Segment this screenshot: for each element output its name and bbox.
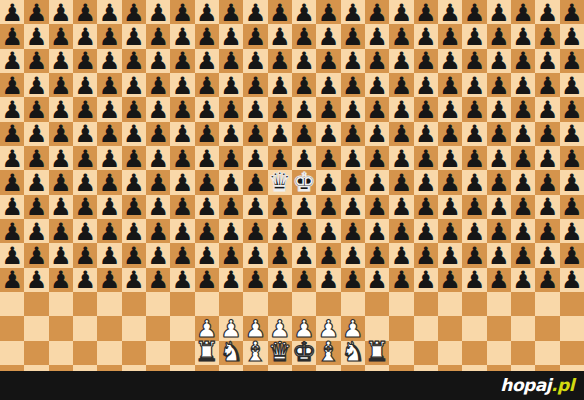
black-pawn: ♟ [245, 122, 267, 146]
black-pawn: ♟ [342, 220, 364, 244]
square: ♟ [146, 195, 170, 219]
square: ♟ [97, 243, 121, 267]
square: ♟ [170, 0, 194, 24]
black-pawn: ♟ [99, 49, 121, 73]
square: ♟ [0, 146, 24, 170]
square: ♟ [487, 195, 511, 219]
black-pawn: ♟ [26, 74, 48, 98]
square [73, 341, 97, 365]
black-pawn: ♟ [269, 1, 291, 25]
black-pawn: ♟ [50, 147, 72, 171]
square: ♟ [535, 24, 559, 48]
black-pawn: ♟ [172, 74, 194, 98]
black-pawn: ♟ [464, 74, 486, 98]
square: ♟ [195, 316, 219, 340]
square: ♟ [487, 24, 511, 48]
black-pawn: ♟ [269, 220, 291, 244]
square [195, 292, 219, 316]
square: ♟ [219, 268, 243, 292]
square: ♜ [195, 341, 219, 365]
square: ♟ [0, 219, 24, 243]
square: ♟ [487, 73, 511, 97]
square [511, 316, 535, 340]
black-pawn: ♟ [464, 147, 486, 171]
black-pawn: ♟ [220, 171, 242, 195]
black-pawn: ♟ [99, 122, 121, 146]
square [219, 292, 243, 316]
black-pawn: ♟ [26, 1, 48, 25]
square: ♟ [195, 97, 219, 121]
black-pawn: ♟ [464, 25, 486, 49]
square: ♟ [389, 268, 413, 292]
black-pawn: ♟ [74, 244, 96, 268]
black-pawn: ♟ [439, 147, 461, 171]
black-pawn: ♟ [293, 147, 315, 171]
square: ♟ [243, 195, 267, 219]
square [414, 316, 438, 340]
black-pawn: ♟ [293, 25, 315, 49]
square: ♟ [146, 146, 170, 170]
black-pawn: ♟ [342, 195, 364, 219]
black-pawn: ♟ [123, 244, 145, 268]
black-pawn: ♟ [26, 98, 48, 122]
square: ♟ [97, 219, 121, 243]
square: ♛ [268, 170, 292, 194]
square: ♟ [341, 316, 365, 340]
square: ♟ [219, 73, 243, 97]
black-pawn: ♟ [99, 25, 121, 49]
square: ♟ [560, 243, 584, 267]
black-pawn: ♟ [366, 98, 388, 122]
square [195, 365, 219, 371]
square: ♟ [535, 243, 559, 267]
square: ♟ [487, 243, 511, 267]
black-pawn: ♟ [561, 122, 583, 146]
square: ♟ [341, 146, 365, 170]
black-pawn: ♟ [172, 268, 194, 292]
square [487, 341, 511, 365]
black-pawn: ♟ [318, 98, 340, 122]
black-pawn: ♟ [488, 220, 510, 244]
square: ♟ [511, 170, 535, 194]
black-pawn: ♟ [537, 244, 559, 268]
black-pawn: ♟ [415, 268, 437, 292]
square [535, 316, 559, 340]
black-pawn: ♟ [464, 122, 486, 146]
black-pawn: ♟ [269, 49, 291, 73]
black-pawn: ♟ [99, 1, 121, 25]
black-pawn: ♟ [293, 1, 315, 25]
black-pawn: ♟ [293, 122, 315, 146]
square: ♟ [49, 122, 73, 146]
square: ♟ [219, 195, 243, 219]
square: ♟ [414, 97, 438, 121]
square: ♟ [49, 146, 73, 170]
black-pawn: ♟ [439, 25, 461, 49]
square: ♟ [316, 49, 340, 73]
black-pawn: ♟ [439, 1, 461, 25]
square: ♟ [0, 97, 24, 121]
black-pawn: ♟ [391, 122, 413, 146]
square: ♟ [195, 170, 219, 194]
black-pawn: ♟ [415, 220, 437, 244]
square: ♟ [0, 73, 24, 97]
black-pawn: ♟ [147, 268, 169, 292]
black-pawn: ♟ [50, 122, 72, 146]
black-pawn: ♟ [488, 195, 510, 219]
black-pawn: ♟ [439, 98, 461, 122]
black-pawn: ♟ [99, 195, 121, 219]
square: ♟ [97, 0, 121, 24]
black-pawn: ♟ [415, 74, 437, 98]
square [170, 341, 194, 365]
square: ♟ [24, 49, 48, 73]
square: ♟ [487, 146, 511, 170]
black-pawn: ♟ [172, 244, 194, 268]
black-pawn: ♟ [220, 49, 242, 73]
black-pawn: ♟ [99, 171, 121, 195]
black-pawn: ♟ [415, 25, 437, 49]
square: ♟ [414, 170, 438, 194]
black-pawn: ♟ [293, 49, 315, 73]
square: ♟ [535, 122, 559, 146]
black-pawn: ♟ [318, 195, 340, 219]
square: ♟ [0, 170, 24, 194]
square: ♟ [414, 243, 438, 267]
black-pawn: ♟ [123, 220, 145, 244]
black-pawn: ♟ [488, 122, 510, 146]
board: ♟♟♟♟♟♟♟♟♟♟♟♟♟♟♟♟♟♟♟♟♟♟♟♟♟♟♟♟♟♟♟♟♟♟♟♟♟♟♟♟… [0, 0, 584, 371]
square [487, 292, 511, 316]
square: ♟ [462, 243, 486, 267]
square: ♟ [268, 243, 292, 267]
white-rook: ♜ [195, 338, 219, 365]
square: ♟ [511, 73, 535, 97]
square: ♟ [49, 170, 73, 194]
square [316, 365, 340, 371]
square: ♟ [365, 268, 389, 292]
black-pawn: ♟ [26, 122, 48, 146]
square: ♟ [73, 170, 97, 194]
black-pawn: ♟ [196, 244, 218, 268]
square: ♟ [122, 122, 146, 146]
white-pawn: ♟ [245, 317, 267, 341]
black-pawn: ♟ [123, 147, 145, 171]
square: ♟ [170, 243, 194, 267]
square: ♟ [365, 219, 389, 243]
square: ♟ [438, 0, 462, 24]
square: ♟ [268, 0, 292, 24]
square: ♟ [316, 122, 340, 146]
black-pawn: ♟ [99, 220, 121, 244]
square: ♟ [170, 268, 194, 292]
square: ♜ [365, 341, 389, 365]
meme-image: ♟♟♟♟♟♟♟♟♟♟♟♟♟♟♟♟♟♟♟♟♟♟♟♟♟♟♟♟♟♟♟♟♟♟♟♟♟♟♟♟… [0, 0, 584, 400]
square [560, 316, 584, 340]
square: ♟ [292, 146, 316, 170]
black-pawn: ♟ [366, 74, 388, 98]
square [389, 316, 413, 340]
square [243, 292, 267, 316]
square: ♟ [268, 49, 292, 73]
black-queen: ♛ [268, 169, 291, 195]
black-pawn: ♟ [220, 195, 242, 219]
square [146, 341, 170, 365]
black-pawn: ♟ [342, 147, 364, 171]
black-pawn: ♟ [512, 220, 534, 244]
black-pawn: ♟ [269, 244, 291, 268]
black-pawn: ♟ [488, 98, 510, 122]
square: ♞ [219, 341, 243, 365]
square: ♟ [0, 24, 24, 48]
square: ♟ [389, 24, 413, 48]
square: ♟ [341, 219, 365, 243]
square: ♟ [49, 0, 73, 24]
black-pawn: ♟ [512, 49, 534, 73]
black-pawn: ♟ [537, 220, 559, 244]
square: ♟ [365, 243, 389, 267]
square [0, 316, 24, 340]
square: ♟ [560, 219, 584, 243]
black-pawn: ♟ [245, 74, 267, 98]
black-pawn: ♟ [391, 244, 413, 268]
square: ♟ [97, 268, 121, 292]
square: ♟ [24, 170, 48, 194]
square [365, 365, 389, 371]
square: ♟ [462, 170, 486, 194]
black-pawn: ♟ [512, 98, 534, 122]
square: ♟ [462, 49, 486, 73]
square: ♟ [438, 243, 462, 267]
white-knight: ♞ [219, 338, 243, 365]
square: ♟ [560, 170, 584, 194]
square: ♟ [243, 219, 267, 243]
black-pawn: ♟ [1, 49, 23, 73]
black-pawn: ♟ [26, 147, 48, 171]
square [341, 365, 365, 371]
square: ♟ [243, 170, 267, 194]
black-pawn: ♟ [123, 1, 145, 25]
black-pawn: ♟ [439, 74, 461, 98]
square: ♟ [511, 24, 535, 48]
square: ♟ [146, 122, 170, 146]
black-pawn: ♟ [269, 268, 291, 292]
square: ♟ [122, 0, 146, 24]
square [243, 365, 267, 371]
square: ♟ [146, 243, 170, 267]
square: ♟ [0, 0, 24, 24]
square: ♟ [219, 97, 243, 121]
black-pawn: ♟ [26, 220, 48, 244]
square: ♟ [511, 97, 535, 121]
black-pawn: ♟ [561, 98, 583, 122]
black-pawn: ♟ [220, 122, 242, 146]
square: ♟ [195, 24, 219, 48]
black-pawn: ♟ [391, 195, 413, 219]
square: ♟ [49, 268, 73, 292]
black-pawn: ♟ [342, 171, 364, 195]
black-pawn: ♟ [561, 244, 583, 268]
square: ♟ [146, 170, 170, 194]
square [170, 365, 194, 371]
square: ♟ [24, 73, 48, 97]
square: ♟ [560, 49, 584, 73]
black-pawn: ♟ [293, 268, 315, 292]
square: ♟ [268, 73, 292, 97]
black-pawn: ♟ [464, 195, 486, 219]
black-pawn: ♟ [245, 220, 267, 244]
black-pawn: ♟ [366, 244, 388, 268]
square: ♟ [487, 97, 511, 121]
black-pawn: ♟ [318, 1, 340, 25]
square: ♟ [511, 243, 535, 267]
square: ♟ [438, 219, 462, 243]
square: ♟ [316, 146, 340, 170]
square: ♟ [414, 219, 438, 243]
black-pawn: ♟ [318, 244, 340, 268]
square [73, 316, 97, 340]
black-pawn: ♟ [269, 195, 291, 219]
square [389, 292, 413, 316]
square: ♟ [268, 97, 292, 121]
square [97, 365, 121, 371]
black-pawn: ♟ [391, 25, 413, 49]
black-pawn: ♟ [464, 49, 486, 73]
square: ♟ [438, 195, 462, 219]
black-pawn: ♟ [147, 49, 169, 73]
white-knight: ♞ [341, 338, 365, 365]
white-bishop: ♝ [243, 338, 267, 365]
square: ♟ [292, 122, 316, 146]
square: ♟ [560, 122, 584, 146]
white-pawn: ♟ [318, 317, 340, 341]
square: ♟ [243, 24, 267, 48]
black-pawn: ♟ [1, 122, 23, 146]
square: ♟ [535, 170, 559, 194]
black-pawn: ♟ [391, 147, 413, 171]
black-pawn: ♟ [366, 195, 388, 219]
black-pawn: ♟ [342, 98, 364, 122]
square: ♟ [0, 243, 24, 267]
square: ♟ [511, 219, 535, 243]
square: ♟ [219, 316, 243, 340]
black-pawn: ♟ [26, 195, 48, 219]
black-pawn: ♟ [391, 268, 413, 292]
square: ♟ [341, 49, 365, 73]
black-pawn: ♟ [464, 244, 486, 268]
square: ♟ [122, 219, 146, 243]
square: ♟ [560, 24, 584, 48]
square: ♟ [535, 49, 559, 73]
black-pawn: ♟ [245, 244, 267, 268]
square: ♟ [438, 73, 462, 97]
black-pawn: ♟ [439, 49, 461, 73]
square: ♟ [414, 195, 438, 219]
black-pawn: ♟ [366, 171, 388, 195]
square: ♟ [462, 73, 486, 97]
square: ♞ [341, 341, 365, 365]
square: ♟ [487, 268, 511, 292]
square [24, 316, 48, 340]
square: ♟ [438, 24, 462, 48]
square: ♚ [292, 170, 316, 194]
square: ♟ [462, 24, 486, 48]
black-pawn: ♟ [26, 244, 48, 268]
square [511, 341, 535, 365]
black-pawn: ♟ [318, 49, 340, 73]
square [560, 365, 584, 371]
black-pawn: ♟ [415, 171, 437, 195]
square: ♟ [170, 122, 194, 146]
square: ♟ [170, 97, 194, 121]
square: ♟ [122, 24, 146, 48]
black-pawn: ♟ [318, 220, 340, 244]
black-pawn: ♟ [196, 122, 218, 146]
black-pawn: ♟ [415, 147, 437, 171]
white-king: ♚ [292, 338, 316, 365]
square: ♟ [365, 49, 389, 73]
square: ♟ [389, 73, 413, 97]
black-pawn: ♟ [1, 1, 23, 25]
black-pawn: ♟ [366, 25, 388, 49]
square: ♟ [73, 73, 97, 97]
square: ♟ [487, 122, 511, 146]
black-pawn: ♟ [172, 171, 194, 195]
black-pawn: ♟ [245, 147, 267, 171]
square: ♟ [122, 170, 146, 194]
square: ♟ [316, 0, 340, 24]
square: ♟ [73, 97, 97, 121]
square: ♟ [24, 97, 48, 121]
black-pawn: ♟ [391, 74, 413, 98]
black-pawn: ♟ [74, 25, 96, 49]
black-pawn: ♟ [342, 122, 364, 146]
black-pawn: ♟ [123, 74, 145, 98]
square: ♟ [24, 24, 48, 48]
black-pawn: ♟ [245, 268, 267, 292]
square: ♟ [414, 146, 438, 170]
square: ♟ [170, 73, 194, 97]
square: ♟ [49, 24, 73, 48]
black-pawn: ♟ [464, 1, 486, 25]
square: ♟ [438, 122, 462, 146]
black-king: ♚ [292, 169, 315, 195]
black-pawn: ♟ [391, 171, 413, 195]
square: ♟ [341, 73, 365, 97]
square: ♟ [49, 195, 73, 219]
square: ♟ [146, 73, 170, 97]
black-pawn: ♟ [439, 122, 461, 146]
square: ♟ [511, 268, 535, 292]
black-pawn: ♟ [26, 268, 48, 292]
square: ♟ [365, 195, 389, 219]
black-pawn: ♟ [537, 49, 559, 73]
square [535, 365, 559, 371]
black-pawn: ♟ [318, 171, 340, 195]
square: ♟ [535, 97, 559, 121]
black-pawn: ♟ [123, 122, 145, 146]
square: ♟ [438, 268, 462, 292]
black-pawn: ♟ [196, 49, 218, 73]
square: ♟ [438, 146, 462, 170]
square: ♟ [414, 73, 438, 97]
square: ♟ [292, 268, 316, 292]
black-pawn: ♟ [561, 74, 583, 98]
square [49, 292, 73, 316]
black-pawn: ♟ [196, 147, 218, 171]
square: ♟ [219, 219, 243, 243]
black-pawn: ♟ [172, 220, 194, 244]
